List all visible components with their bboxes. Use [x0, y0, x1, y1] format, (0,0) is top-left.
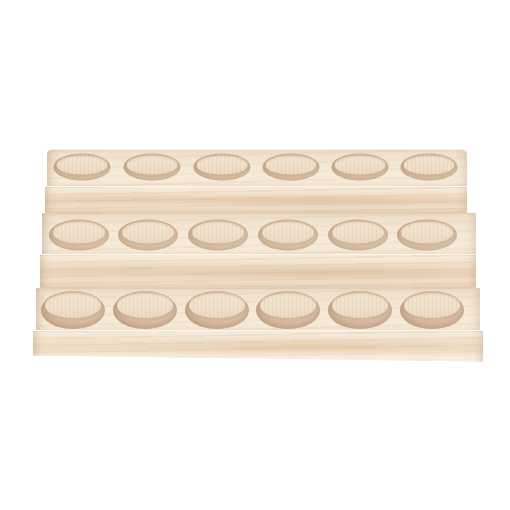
- tier-2-surface: [42, 213, 476, 254]
- pit-r3c5[interactable]: [328, 291, 392, 329]
- pit-r2c3[interactable]: [188, 220, 248, 251]
- pit-r2c6[interactable]: [397, 220, 457, 251]
- pit-r2c2[interactable]: [118, 220, 178, 251]
- tier-1-surface: [47, 149, 467, 186]
- tier-3-front-face: [33, 330, 483, 362]
- pit-r1c3[interactable]: [194, 154, 251, 181]
- tier-2-front-face: [40, 254, 476, 288]
- tier-3-surface: [36, 288, 480, 330]
- pit-r3c1[interactable]: [41, 291, 105, 329]
- pit-r1c6[interactable]: [401, 154, 458, 181]
- pit-r1c4[interactable]: [263, 154, 320, 181]
- pit-r3c3[interactable]: [185, 291, 249, 329]
- pit-r1c2[interactable]: [124, 154, 181, 181]
- pit-r1c1[interactable]: [54, 154, 111, 181]
- pit-r2c1[interactable]: [49, 220, 109, 251]
- photo-stage: [0, 0, 510, 510]
- pit-r3c4[interactable]: [256, 291, 320, 329]
- pit-r3c6[interactable]: [400, 291, 464, 329]
- pit-r2c5[interactable]: [328, 220, 388, 251]
- pit-r3c2[interactable]: [113, 291, 177, 329]
- pit-r2c4[interactable]: [258, 220, 318, 251]
- pit-r1c5[interactable]: [332, 154, 389, 181]
- tier-1-front-face: [45, 186, 467, 213]
